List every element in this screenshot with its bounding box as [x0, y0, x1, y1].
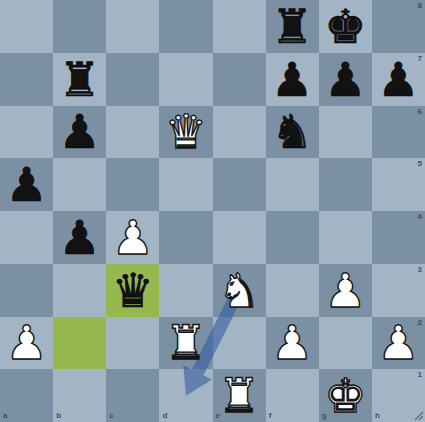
piece-black-rook[interactable]: ♜: [53, 53, 106, 106]
piece-white-pawn[interactable]: ♟: [0, 317, 53, 370]
square-c6[interactable]: [106, 106, 159, 159]
piece-black-pawn[interactable]: ♟: [0, 158, 53, 211]
square-a4[interactable]: [0, 211, 53, 264]
square-h7[interactable]: 7♟: [372, 53, 425, 106]
piece-black-knight[interactable]: ♞: [266, 106, 319, 159]
piece-white-pawn[interactable]: ♟: [319, 264, 372, 317]
square-g3[interactable]: ♟: [319, 264, 372, 317]
square-g6[interactable]: [319, 106, 372, 159]
square-f5[interactable]: [266, 158, 319, 211]
square-a5[interactable]: ♟: [0, 158, 53, 211]
square-h5[interactable]: 5: [372, 158, 425, 211]
square-d5[interactable]: [159, 158, 212, 211]
resize-grip-icon[interactable]: [412, 409, 424, 421]
square-b7[interactable]: ♜: [53, 53, 106, 106]
square-g5[interactable]: [319, 158, 372, 211]
square-a8[interactable]: [0, 0, 53, 53]
square-h2[interactable]: 2♟: [372, 317, 425, 370]
square-e7[interactable]: [213, 53, 266, 106]
rank-label-8: 8: [418, 2, 422, 10]
square-b4[interactable]: ♟: [53, 211, 106, 264]
square-b5[interactable]: [53, 158, 106, 211]
square-f1[interactable]: f: [266, 369, 319, 422]
square-e4[interactable]: [213, 211, 266, 264]
piece-black-king[interactable]: ♚: [319, 0, 372, 53]
square-c2[interactable]: [106, 317, 159, 370]
piece-black-pawn[interactable]: ♟: [319, 53, 372, 106]
square-d2[interactable]: ♜: [159, 317, 212, 370]
square-f4[interactable]: [266, 211, 319, 264]
piece-white-knight[interactable]: ♞: [213, 264, 266, 317]
square-g4[interactable]: [319, 211, 372, 264]
square-a6[interactable]: [0, 106, 53, 159]
piece-white-rook[interactable]: ♜: [213, 369, 266, 422]
piece-black-pawn[interactable]: ♟: [372, 53, 425, 106]
rank-label-3: 3: [418, 266, 422, 274]
square-a7[interactable]: [0, 53, 53, 106]
square-h6[interactable]: 6: [372, 106, 425, 159]
piece-white-king[interactable]: ♚: [319, 369, 372, 422]
piece-black-pawn[interactable]: ♟: [53, 106, 106, 159]
square-g1[interactable]: g♚: [319, 369, 372, 422]
square-a1[interactable]: a: [0, 369, 53, 422]
square-a3[interactable]: [0, 264, 53, 317]
rank-label-6: 6: [418, 108, 422, 116]
piece-black-pawn[interactable]: ♟: [53, 211, 106, 264]
file-label-f: f: [269, 412, 272, 420]
rank-label-4: 4: [418, 213, 422, 221]
piece-black-queen[interactable]: ♛: [106, 264, 159, 317]
square-c1[interactable]: c: [106, 369, 159, 422]
file-label-h: h: [375, 412, 380, 420]
piece-white-queen[interactable]: ♛: [159, 106, 212, 159]
piece-white-pawn[interactable]: ♟: [106, 211, 159, 264]
square-f3[interactable]: [266, 264, 319, 317]
square-b6[interactable]: ♟: [53, 106, 106, 159]
square-e3[interactable]: ♞: [213, 264, 266, 317]
piece-black-pawn[interactable]: ♟: [266, 53, 319, 106]
rank-label-1: 1: [418, 371, 422, 379]
rank-label-5: 5: [418, 160, 422, 168]
square-d3[interactable]: [159, 264, 212, 317]
square-e5[interactable]: [213, 158, 266, 211]
piece-white-rook[interactable]: ♜: [159, 317, 212, 370]
square-f8[interactable]: ♜: [266, 0, 319, 53]
square-c8[interactable]: [106, 0, 159, 53]
square-d6[interactable]: ♛: [159, 106, 212, 159]
chess-board: ♜♚8♜♟♟7♟♟♛♞6♟5♟♟4♛♞♟3♟♜♟2♟abcde♜fg♚1h: [0, 0, 425, 422]
file-label-d: d: [162, 412, 167, 420]
square-d4[interactable]: [159, 211, 212, 264]
square-c7[interactable]: [106, 53, 159, 106]
square-f2[interactable]: ♟: [266, 317, 319, 370]
square-d1[interactable]: d: [159, 369, 212, 422]
file-label-a: a: [3, 412, 7, 420]
square-d7[interactable]: [159, 53, 212, 106]
square-e1[interactable]: e♜: [213, 369, 266, 422]
file-label-b: b: [56, 412, 61, 420]
square-a2[interactable]: ♟: [0, 317, 53, 370]
square-c3[interactable]: ♛: [106, 264, 159, 317]
piece-white-pawn[interactable]: ♟: [266, 317, 319, 370]
square-g7[interactable]: ♟: [319, 53, 372, 106]
piece-black-rook[interactable]: ♜: [266, 0, 319, 53]
square-b1[interactable]: b: [53, 369, 106, 422]
square-h8[interactable]: 8: [372, 0, 425, 53]
square-g2[interactable]: [319, 317, 372, 370]
square-c5[interactable]: [106, 158, 159, 211]
square-b2[interactable]: [53, 317, 106, 370]
square-c4[interactable]: ♟: [106, 211, 159, 264]
square-f6[interactable]: ♞: [266, 106, 319, 159]
square-h3[interactable]: 3: [372, 264, 425, 317]
piece-white-pawn[interactable]: ♟: [372, 317, 425, 370]
square-f7[interactable]: ♟: [266, 53, 319, 106]
square-e2[interactable]: [213, 317, 266, 370]
square-b3[interactable]: [53, 264, 106, 317]
square-e8[interactable]: [213, 0, 266, 53]
square-d8[interactable]: [159, 0, 212, 53]
square-h4[interactable]: 4: [372, 211, 425, 264]
square-b8[interactable]: [53, 0, 106, 53]
file-label-c: c: [109, 412, 113, 420]
square-e6[interactable]: [213, 106, 266, 159]
square-g8[interactable]: ♚: [319, 0, 372, 53]
